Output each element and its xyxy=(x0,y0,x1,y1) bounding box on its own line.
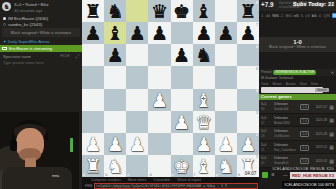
white-queen: ♛ xyxy=(193,111,215,133)
square-d8[interactable]: ♛ xyxy=(148,0,170,22)
move-token[interactable]: 3. e3 xyxy=(300,13,309,18)
square-g7[interactable]: ♟ xyxy=(215,22,237,44)
panel-spacer xyxy=(259,52,336,69)
rank-coord: 3 xyxy=(256,111,258,115)
subs-today-overlay: Subs Today: 31 xyxy=(293,1,334,7)
square-g2[interactable]: ♟ xyxy=(215,133,237,155)
square-g3[interactable] xyxy=(215,111,237,133)
score-text: 1-0 xyxy=(259,39,336,45)
board-thumb-icon: ▦ xyxy=(329,117,334,123)
game-white-name: Unknown xyxy=(274,143,288,147)
white-pawn: ♟ xyxy=(171,111,193,133)
black-knight: ♞ xyxy=(104,0,126,22)
fen-input[interactable]: rn1qkb1r/pbpp1ppp/1p2pn2/8/3P1B2/4PQ2/PP… xyxy=(94,183,258,189)
game-result-block: 1-0 Black resigned • White is victorious xyxy=(259,37,336,52)
black-bishop: ♝ xyxy=(193,0,215,22)
square-b8[interactable]: ♞ xyxy=(104,0,126,22)
game-timecontrol: 3+0 xyxy=(261,102,266,106)
square-e5[interactable] xyxy=(171,66,193,88)
white-king: ♚ xyxy=(171,155,193,177)
square-d6[interactable] xyxy=(148,44,170,66)
tv-icon xyxy=(2,47,7,51)
rank-coord: 1 xyxy=(256,155,258,159)
result-subtext: Black resigned • White is victorious xyxy=(259,45,336,49)
move-token[interactable]: Nf6 xyxy=(272,13,279,18)
game-time-ago: 40 seconds ago xyxy=(14,8,42,13)
square-a6[interactable] xyxy=(82,44,104,66)
rank-coord: 7 xyxy=(256,23,258,27)
game-result-badge: 1-0 xyxy=(300,104,309,110)
square-f5[interactable] xyxy=(193,66,215,88)
black-pawn: ♟ xyxy=(171,44,193,66)
game-meta: 3+0 • Rated • Blitz xyxy=(14,2,49,7)
square-c1[interactable]: c xyxy=(126,155,148,177)
game-timecontrol: 3+0 xyxy=(261,129,266,133)
rank-coord: 5 xyxy=(256,67,258,71)
sub-alert-3: ICELANDICNOOB 100 BITS xyxy=(282,181,336,188)
chess-board[interactable]: ♜♞♛♚♝♜8♟♝♟♟♟♟♟7♟♟♞65♟♝4♟♛3♟♟♟♟♟♟2♜a♞bcd♚… xyxy=(82,0,259,177)
black-color-icon xyxy=(3,23,6,26)
close-icon[interactable]: ✕ xyxy=(331,70,334,75)
square-f7[interactable]: ♟ xyxy=(193,22,215,44)
board-thumb-icon: ▦ xyxy=(329,158,334,164)
square-d4[interactable]: ♟ xyxy=(148,89,170,111)
square-d1[interactable]: d xyxy=(148,155,170,177)
game-timecontrol: 3+0 xyxy=(261,116,266,120)
black-knight: ♞ xyxy=(193,44,215,66)
game-date: 2021-08 xyxy=(316,132,327,136)
fen-row: FEN rn1qkb1r/pbpp1ppp/1p2pn2/8/3P1B2/4PQ… xyxy=(82,182,259,189)
square-c5[interactable] xyxy=(126,66,148,88)
pinned-label: Pinned xyxy=(261,70,271,74)
white-color-icon xyxy=(3,17,6,20)
square-f6[interactable]: ♞ xyxy=(193,44,215,66)
game-black-name: Swordfish xyxy=(274,161,288,165)
game-row[interactable]: 3+042UnknownBalda20801-02021-08▦ xyxy=(259,114,336,128)
white-rook: ♜ xyxy=(82,155,104,177)
square-c4[interactable] xyxy=(126,89,148,111)
clock-display: 04:07 xyxy=(242,170,259,177)
square-h3[interactable]: 3 xyxy=(237,111,259,133)
move-token[interactable]: 1. d4 xyxy=(261,13,270,18)
square-a5[interactable] xyxy=(82,66,104,88)
game-row[interactable]: 3+031UnknownNot_Columbus1-02019-12▦ xyxy=(259,141,336,155)
eval-score: +7.9 xyxy=(261,1,273,8)
search-input[interactable] xyxy=(261,87,323,93)
game-black-name: Balda2080 xyxy=(274,121,290,125)
square-h2[interactable]: ♟2 xyxy=(237,133,259,155)
white-player-link[interactable]: IM EricRosen (2630) xyxy=(3,16,48,21)
headphone-earcup xyxy=(10,140,17,151)
expand-icon[interactable]: ⤢ xyxy=(75,53,79,60)
square-h5[interactable]: 5 xyxy=(237,66,259,88)
file-coord: f xyxy=(194,173,195,177)
square-b5[interactable] xyxy=(104,66,126,88)
square-d7[interactable]: ♟ xyxy=(148,22,170,44)
square-g1[interactable]: ♞g xyxy=(215,155,237,177)
sub-alert-2: RED_HUE RESUB X3 xyxy=(290,172,336,179)
game-moves-count: 40 xyxy=(261,161,264,165)
game-result-badge: 1-0 xyxy=(300,145,309,151)
square-h8[interactable]: ♜8 xyxy=(237,0,259,22)
board-thumb-icon: ▦ xyxy=(329,104,334,110)
file-coord: g xyxy=(216,173,218,177)
square-b7[interactable]: ♝ xyxy=(104,22,126,44)
game-moves-count: 36 xyxy=(261,107,264,111)
search-button[interactable]: Search xyxy=(315,88,329,92)
game-moves-count: 42 xyxy=(261,121,264,125)
square-h7[interactable]: ♟7 xyxy=(237,22,259,44)
dash-icon: — xyxy=(283,173,288,178)
game-white-name: Unknown xyxy=(274,102,288,106)
intermission-badge: INTERMISSION IS ACTIVE xyxy=(273,70,316,75)
moves-panel: +7.9 Stockfish 14+ NNUEin local browser … xyxy=(259,0,336,189)
black-queen: ♛ xyxy=(148,0,170,22)
black-pawn: ♟ xyxy=(148,22,170,44)
file-coord: h xyxy=(238,173,240,177)
fen-label: FEN xyxy=(85,184,92,188)
webcam-overlay: mma xyxy=(0,112,79,189)
game-date: 2021-07 xyxy=(316,105,327,109)
black-rook: ♜ xyxy=(82,0,104,22)
black-bishop: ♝ xyxy=(104,22,126,44)
white-knight: ♞ xyxy=(104,155,126,177)
square-h6[interactable]: 6 xyxy=(237,44,259,66)
game-date: 2020-03 xyxy=(316,159,327,163)
sub-alert-1: ICELANDICNOOB RESUB X20 xyxy=(272,166,334,171)
square-h4[interactable]: 4 xyxy=(237,89,259,111)
emote-icon xyxy=(262,172,268,178)
intermission-row: Pinned INTERMISSION IS ACTIVE ✕ xyxy=(259,69,336,77)
move-token[interactable]: b6 xyxy=(312,13,317,18)
white-pawn: ♟ xyxy=(215,133,237,155)
white-pawn: ♟ xyxy=(193,133,215,155)
tab-share-export[interactable]: Share & export xyxy=(177,178,201,182)
tab-crosstable[interactable]: Crosstable xyxy=(153,178,170,182)
game-black-name: OutSkates xyxy=(274,134,289,138)
white-pawn: ♟ xyxy=(148,89,170,111)
square-c7[interactable]: ♟ xyxy=(126,22,148,44)
square-a1[interactable]: ♜a xyxy=(82,155,104,177)
square-c6[interactable] xyxy=(126,44,148,66)
game-row[interactable]: 3+036UnknownSandro641-02021-07▦ xyxy=(259,100,336,114)
game-timecontrol: 3+0 xyxy=(261,156,266,160)
square-b6[interactable]: ♟ xyxy=(104,44,126,66)
square-f4[interactable]: ♝ xyxy=(193,89,215,111)
square-f1[interactable]: ♝f xyxy=(193,155,215,177)
square-d5[interactable] xyxy=(148,66,170,88)
rank-coord: 4 xyxy=(256,89,258,93)
game-black-name: Sandro64 xyxy=(274,107,288,111)
square-b4[interactable] xyxy=(104,89,126,111)
file-coord: d xyxy=(149,173,151,177)
file-coord: e xyxy=(172,173,174,177)
move-list: 1. d4Nf62. Bf4e63. e3b64. Qf3Bb75. Qxb7N… xyxy=(259,11,336,37)
square-g8[interactable] xyxy=(215,0,237,22)
rank-coord: 8 xyxy=(256,1,258,5)
game-row[interactable]: 3+028UnknownOutSkates1-02021-08▦ xyxy=(259,127,336,141)
square-f2[interactable]: ♟ xyxy=(193,133,215,155)
streamer-shirt xyxy=(2,167,72,189)
file-coord: c xyxy=(127,173,129,177)
game-date: 2019-12 xyxy=(316,145,327,149)
square-b3[interactable] xyxy=(104,111,126,133)
white-pawn: ♟ xyxy=(82,133,104,155)
square-e3[interactable]: ♟ xyxy=(171,111,193,133)
game-moves-count: 31 xyxy=(261,148,264,152)
black-pawn: ♟ xyxy=(82,22,104,44)
square-d3[interactable] xyxy=(148,111,170,133)
square-b2[interactable]: ♟ xyxy=(104,133,126,155)
analysis-bottom-bar: Computer analysisMove timesCrosstableSha… xyxy=(82,177,259,189)
game-white-name: Unknown xyxy=(274,129,288,133)
move-token[interactable]: e6 xyxy=(294,13,299,18)
shirt-logo: mma xyxy=(52,174,59,178)
square-c3[interactable] xyxy=(126,111,148,133)
black-pawn: ♟ xyxy=(215,22,237,44)
square-a4[interactable] xyxy=(82,89,104,111)
square-g6[interactable] xyxy=(215,44,237,66)
white-bishop: ♝ xyxy=(193,89,215,111)
chat-hide-toggle[interactable]: HIDE xyxy=(60,54,70,58)
game-white-name: Unknown xyxy=(274,156,288,160)
black-king: ♚ xyxy=(171,0,193,22)
game-type-icon: ♞ xyxy=(2,2,11,11)
square-e2[interactable] xyxy=(171,133,193,155)
plus-icon[interactable]: ⊕ xyxy=(271,172,275,177)
game-result-badge: 1-0 xyxy=(300,131,309,137)
square-a3[interactable] xyxy=(82,111,104,133)
rank-coord: 2 xyxy=(256,133,258,137)
game-white-name: Unknown xyxy=(274,116,288,120)
square-a7[interactable]: ♟ xyxy=(82,22,104,44)
search-row: Search xyxy=(259,87,336,94)
rank-coord: 6 xyxy=(256,45,258,49)
game-date: 2021-08 xyxy=(316,118,327,122)
board-thumb-icon: ▦ xyxy=(329,131,334,137)
game-result-badge: 1-0 xyxy=(300,118,309,124)
spectator-room-title: Spectator room xyxy=(3,54,31,59)
black-pawn: ♟ xyxy=(193,22,215,44)
square-f3[interactable]: ♛ xyxy=(193,111,215,133)
square-e6[interactable]: ♟ xyxy=(171,44,193,66)
black-player-link[interactable]: sandro_kv (2543) xyxy=(3,22,42,27)
square-c8[interactable] xyxy=(126,0,148,22)
square-f8[interactable]: ♝ xyxy=(193,0,215,22)
game-black-name: Not_Columbus xyxy=(274,148,296,152)
board-thumb-icon: ▦ xyxy=(329,144,334,150)
streaming-banner[interactable]: EricRosen is streaming xyxy=(0,45,82,53)
square-g5[interactable] xyxy=(215,66,237,88)
square-d2[interactable] xyxy=(148,133,170,155)
audio-meter-bar xyxy=(70,138,73,152)
move-token[interactable]: 4. Qf3 xyxy=(318,13,329,18)
white-pawn: ♟ xyxy=(104,133,126,155)
white-bishop: ♝ xyxy=(193,155,215,177)
current-move[interactable]: Bb7 xyxy=(332,13,336,18)
square-g4[interactable] xyxy=(215,89,237,111)
black-pawn: ♟ xyxy=(126,22,148,44)
file-coord: b xyxy=(105,173,107,177)
square-a8[interactable]: ♜ xyxy=(82,0,104,22)
square-e8[interactable]: ♚ xyxy=(171,0,193,22)
square-e7[interactable] xyxy=(171,22,193,44)
square-b1[interactable]: ♞b xyxy=(104,155,126,177)
tab-move-times[interactable]: Move times xyxy=(128,178,146,182)
black-pawn: ♟ xyxy=(104,44,126,66)
game-result-badge: 1-0 xyxy=(300,158,309,164)
move-token[interactable]: 2. Bf4 xyxy=(281,13,292,18)
notes-input[interactable] xyxy=(3,60,77,65)
game-moves-count: 28 xyxy=(261,134,264,138)
lichess-stream-page: ♞ 3+0 • Rated • Blitz 40 seconds ago IM … xyxy=(0,0,336,189)
file-coord: a xyxy=(83,173,85,177)
square-a2[interactable]: ♟ xyxy=(82,133,104,155)
current-games-list: 3+036UnknownSandro641-02021-07▦3+042Unkn… xyxy=(259,100,336,168)
square-c2[interactable]: ♟ xyxy=(126,133,148,155)
result-banner: Black resigned • White is victorious xyxy=(2,28,80,37)
white-pawn: ♟ xyxy=(126,133,148,155)
square-e4[interactable] xyxy=(171,89,193,111)
game-timecontrol: 3+0 xyxy=(261,143,266,147)
tab-computer-analysis[interactable]: Computer analysis xyxy=(91,178,121,182)
white-knight: ♞ xyxy=(215,155,237,177)
square-e1[interactable]: ♚e xyxy=(171,155,193,177)
tournament-link[interactable]: ✦ Daily SuperBlitz Arena xyxy=(3,39,49,44)
